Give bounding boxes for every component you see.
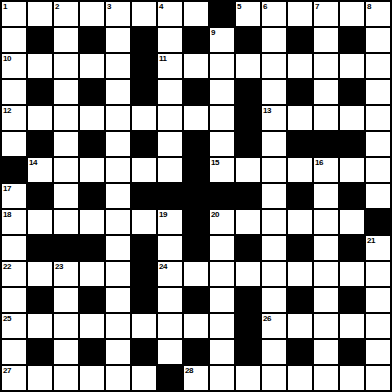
clue-number: 27 bbox=[3, 366, 11, 375]
cell-r0-c14[interactable]: 8 bbox=[366, 2, 390, 26]
cell-r8-c5[interactable] bbox=[132, 210, 156, 234]
cell-r2-c8[interactable] bbox=[210, 54, 234, 78]
cell-r9-c14[interactable]: 21 bbox=[366, 236, 390, 260]
cell-r8-c13[interactable] bbox=[340, 210, 364, 234]
cell-r14-c7[interactable]: 28 bbox=[184, 366, 208, 390]
cell-r3-c12[interactable] bbox=[314, 80, 338, 104]
cell-r0-c3[interactable] bbox=[80, 2, 104, 26]
clue-number: 11 bbox=[159, 54, 166, 63]
cell-r11-c10[interactable] bbox=[262, 288, 286, 312]
cell-r2-c11[interactable] bbox=[288, 54, 312, 78]
cell-r14-c5[interactable] bbox=[132, 366, 156, 390]
cell-r10-c4[interactable] bbox=[106, 262, 130, 286]
cell-r10-c13[interactable] bbox=[340, 262, 364, 286]
black-cell-r13-c11 bbox=[288, 340, 312, 364]
black-cell-r7-c7 bbox=[184, 184, 208, 208]
clue-number: 4 bbox=[159, 2, 163, 11]
cell-r0-c0[interactable]: 1 bbox=[2, 2, 26, 26]
black-cell-r11-c11 bbox=[288, 288, 312, 312]
clue-number: 17 bbox=[3, 184, 11, 193]
clue-number: 22 bbox=[3, 262, 11, 271]
clue-number: 5 bbox=[237, 2, 241, 11]
cell-r14-c9[interactable] bbox=[236, 366, 260, 390]
cell-r4-c8[interactable] bbox=[210, 106, 234, 130]
cell-r0-c12[interactable]: 7 bbox=[314, 2, 338, 26]
clue-number: 9 bbox=[211, 28, 215, 37]
cell-r5-c10[interactable] bbox=[262, 132, 286, 156]
black-cell-r9-c7 bbox=[184, 236, 208, 260]
cell-r8-c1[interactable] bbox=[28, 210, 52, 234]
black-cell-r7-c3 bbox=[80, 184, 104, 208]
black-cell-r1-c3 bbox=[80, 28, 104, 52]
black-cell-r1-c7 bbox=[184, 28, 208, 52]
cell-r7-c4[interactable] bbox=[106, 184, 130, 208]
cell-r11-c2[interactable] bbox=[54, 288, 78, 312]
black-cell-r9-c1 bbox=[28, 236, 52, 260]
cell-r0-c7[interactable] bbox=[184, 2, 208, 26]
cell-r12-c4[interactable] bbox=[106, 314, 130, 338]
cell-r6-c12[interactable]: 16 bbox=[314, 158, 338, 182]
cell-r8-c0[interactable]: 18 bbox=[2, 210, 26, 234]
clue-number: 8 bbox=[367, 2, 371, 11]
black-cell-r5-c11 bbox=[288, 132, 312, 156]
cell-r11-c8[interactable] bbox=[210, 288, 234, 312]
black-cell-r9-c5 bbox=[132, 236, 156, 260]
cell-r3-c8[interactable] bbox=[210, 80, 234, 104]
clue-number: 6 bbox=[263, 2, 267, 11]
black-cell-r13-c9 bbox=[236, 340, 260, 364]
cell-r5-c4[interactable] bbox=[106, 132, 130, 156]
cell-r8-c8[interactable]: 20 bbox=[210, 210, 234, 234]
black-cell-r3-c7 bbox=[184, 80, 208, 104]
cell-r12-c5[interactable] bbox=[132, 314, 156, 338]
cell-r13-c8[interactable] bbox=[210, 340, 234, 364]
cell-r3-c10[interactable] bbox=[262, 80, 286, 104]
cell-r1-c4[interactable] bbox=[106, 28, 130, 52]
cell-r6-c14[interactable] bbox=[366, 158, 390, 182]
cell-r0-c2[interactable]: 2 bbox=[54, 2, 78, 26]
cell-r2-c13[interactable] bbox=[340, 54, 364, 78]
cell-r0-c4[interactable]: 3 bbox=[106, 2, 130, 26]
cell-r2-c12[interactable] bbox=[314, 54, 338, 78]
cell-r12-c1[interactable] bbox=[28, 314, 52, 338]
cell-r12-c12[interactable] bbox=[314, 314, 338, 338]
cell-r5-c2[interactable] bbox=[54, 132, 78, 156]
cell-r5-c8[interactable] bbox=[210, 132, 234, 156]
cell-r12-c10[interactable]: 26 bbox=[262, 314, 286, 338]
cell-r1-c8[interactable]: 9 bbox=[210, 28, 234, 52]
cell-r2-c1[interactable] bbox=[28, 54, 52, 78]
cell-r0-c10[interactable]: 6 bbox=[262, 2, 286, 26]
black-cell-r9-c13 bbox=[340, 236, 364, 260]
black-cell-r6-c7 bbox=[184, 158, 208, 182]
black-cell-r5-c3 bbox=[80, 132, 104, 156]
cell-r2-c10[interactable] bbox=[262, 54, 286, 78]
cell-r5-c14[interactable] bbox=[366, 132, 390, 156]
cell-r12-c3[interactable] bbox=[80, 314, 104, 338]
clue-number: 28 bbox=[185, 366, 193, 375]
clue-number: 7 bbox=[315, 2, 319, 11]
clue-number: 15 bbox=[211, 158, 219, 167]
black-cell-r7-c8 bbox=[210, 184, 234, 208]
black-cell-r5-c7 bbox=[184, 132, 208, 156]
black-cell-r11-c13 bbox=[340, 288, 364, 312]
cell-r1-c10[interactable] bbox=[262, 28, 286, 52]
cell-r14-c14[interactable] bbox=[366, 366, 390, 390]
cell-r14-c13[interactable] bbox=[340, 366, 364, 390]
cell-r11-c4[interactable] bbox=[106, 288, 130, 312]
cell-r3-c2[interactable] bbox=[54, 80, 78, 104]
cell-r13-c0[interactable] bbox=[2, 340, 26, 364]
black-cell-r7-c5 bbox=[132, 184, 156, 208]
black-cell-r13-c5 bbox=[132, 340, 156, 364]
cell-r0-c1[interactable] bbox=[28, 2, 52, 26]
cell-r4-c1[interactable] bbox=[28, 106, 52, 130]
cell-r6-c3[interactable] bbox=[80, 158, 104, 182]
clue-number: 25 bbox=[3, 314, 11, 323]
cell-r12-c11[interactable] bbox=[288, 314, 312, 338]
cell-r10-c6[interactable]: 24 bbox=[158, 262, 182, 286]
cell-r5-c6[interactable] bbox=[158, 132, 182, 156]
cell-r10-c14[interactable] bbox=[366, 262, 390, 286]
cell-r5-c0[interactable] bbox=[2, 132, 26, 156]
cell-r2-c9[interactable] bbox=[236, 54, 260, 78]
cell-r1-c2[interactable] bbox=[54, 28, 78, 52]
clue-number: 2 bbox=[55, 2, 59, 11]
cell-r8-c9[interactable] bbox=[236, 210, 260, 234]
cell-r10-c1[interactable] bbox=[28, 262, 52, 286]
black-cell-r1-c1 bbox=[28, 28, 52, 52]
cell-r11-c0[interactable] bbox=[2, 288, 26, 312]
cell-r9-c0[interactable] bbox=[2, 236, 26, 260]
black-cell-r1-c13 bbox=[340, 28, 364, 52]
cell-r3-c0[interactable] bbox=[2, 80, 26, 104]
cell-r4-c6[interactable] bbox=[158, 106, 182, 130]
cell-r14-c4[interactable] bbox=[106, 366, 130, 390]
cell-r14-c1[interactable] bbox=[28, 366, 52, 390]
black-cell-r7-c11 bbox=[288, 184, 312, 208]
clue-number: 20 bbox=[211, 210, 219, 219]
black-cell-r1-c9 bbox=[236, 28, 260, 52]
cell-r9-c6[interactable] bbox=[158, 236, 182, 260]
black-cell-r2-c5 bbox=[132, 54, 156, 78]
cell-r8-c4[interactable] bbox=[106, 210, 130, 234]
black-cell-r7-c6 bbox=[158, 184, 182, 208]
black-cell-r7-c1 bbox=[28, 184, 52, 208]
clue-number: 3 bbox=[107, 2, 111, 11]
cell-r4-c2[interactable] bbox=[54, 106, 78, 130]
cell-r14-c3[interactable] bbox=[80, 366, 104, 390]
cell-r10-c11[interactable] bbox=[288, 262, 312, 286]
black-cell-r1-c5 bbox=[132, 28, 156, 52]
black-cell-r4-c9 bbox=[236, 106, 260, 130]
clue-number: 26 bbox=[263, 314, 271, 323]
black-cell-r3-c13 bbox=[340, 80, 364, 104]
cell-r4-c3[interactable] bbox=[80, 106, 104, 130]
black-cell-r13-c1 bbox=[28, 340, 52, 364]
cell-r6-c5[interactable] bbox=[132, 158, 156, 182]
cell-r6-c13[interactable] bbox=[340, 158, 364, 182]
cell-r0-c11[interactable] bbox=[288, 2, 312, 26]
clue-number: 10 bbox=[3, 54, 11, 63]
black-cell-r11-c5 bbox=[132, 288, 156, 312]
cell-r6-c10[interactable] bbox=[262, 158, 286, 182]
cell-r8-c3[interactable] bbox=[80, 210, 104, 234]
black-cell-r7-c9 bbox=[236, 184, 260, 208]
cell-r10-c8[interactable] bbox=[210, 262, 234, 286]
black-cell-r9-c9 bbox=[236, 236, 260, 260]
cell-r10-c3[interactable] bbox=[80, 262, 104, 286]
clue-number: 16 bbox=[315, 158, 323, 167]
cell-r10-c12[interactable] bbox=[314, 262, 338, 286]
cell-r9-c8[interactable] bbox=[210, 236, 234, 260]
cell-r1-c12[interactable] bbox=[314, 28, 338, 52]
black-cell-r1-c11 bbox=[288, 28, 312, 52]
black-cell-r11-c9 bbox=[236, 288, 260, 312]
black-cell-r3-c5 bbox=[132, 80, 156, 104]
clue-number: 12 bbox=[3, 106, 11, 115]
black-cell-r10-c5 bbox=[132, 262, 156, 286]
cell-r6-c8[interactable]: 15 bbox=[210, 158, 234, 182]
cell-r8-c11[interactable] bbox=[288, 210, 312, 234]
cell-r4-c0[interactable]: 12 bbox=[2, 106, 26, 130]
black-cell-r13-c7 bbox=[184, 340, 208, 364]
cell-r8-c6[interactable]: 19 bbox=[158, 210, 182, 234]
cell-r12-c6[interactable] bbox=[158, 314, 182, 338]
cell-r13-c4[interactable] bbox=[106, 340, 130, 364]
cell-r4-c7[interactable] bbox=[184, 106, 208, 130]
black-cell-r11-c1 bbox=[28, 288, 52, 312]
cell-r13-c10[interactable] bbox=[262, 340, 286, 364]
black-cell-r7-c13 bbox=[340, 184, 364, 208]
clue-number: 18 bbox=[3, 210, 11, 219]
black-cell-r5-c5 bbox=[132, 132, 156, 156]
cell-r7-c12[interactable] bbox=[314, 184, 338, 208]
cell-r12-c13[interactable] bbox=[340, 314, 364, 338]
cell-r3-c14[interactable] bbox=[366, 80, 390, 104]
cell-r8-c12[interactable] bbox=[314, 210, 338, 234]
black-cell-r6-c0 bbox=[2, 158, 26, 182]
cell-r10-c9[interactable] bbox=[236, 262, 260, 286]
black-cell-r9-c11 bbox=[288, 236, 312, 260]
clue-number: 14 bbox=[29, 158, 37, 167]
cell-r1-c14[interactable] bbox=[366, 28, 390, 52]
cell-r13-c6[interactable] bbox=[158, 340, 182, 364]
cell-r2-c0[interactable]: 10 bbox=[2, 54, 26, 78]
black-cell-r3-c11 bbox=[288, 80, 312, 104]
cell-r7-c14[interactable] bbox=[366, 184, 390, 208]
cell-r14-c10[interactable] bbox=[262, 366, 286, 390]
cell-r11-c14[interactable] bbox=[366, 288, 390, 312]
cell-r2-c2[interactable] bbox=[54, 54, 78, 78]
cell-r12-c7[interactable] bbox=[184, 314, 208, 338]
cell-r4-c13[interactable] bbox=[340, 106, 364, 130]
cell-r4-c12[interactable] bbox=[314, 106, 338, 130]
cell-r6-c2[interactable] bbox=[54, 158, 78, 182]
black-cell-r13-c3 bbox=[80, 340, 104, 364]
cell-r10-c2[interactable]: 23 bbox=[54, 262, 78, 286]
cell-r9-c12[interactable] bbox=[314, 236, 338, 260]
cell-r4-c4[interactable] bbox=[106, 106, 130, 130]
crossword-grid: 1234567891011121314151617181920212223242… bbox=[0, 0, 392, 392]
black-cell-r8-c14 bbox=[366, 210, 390, 234]
black-cell-r9-c3 bbox=[80, 236, 104, 260]
cell-r6-c11[interactable] bbox=[288, 158, 312, 182]
cell-r7-c10[interactable] bbox=[262, 184, 286, 208]
cell-r3-c4[interactable] bbox=[106, 80, 130, 104]
cell-r2-c4[interactable] bbox=[106, 54, 130, 78]
cell-r6-c6[interactable] bbox=[158, 158, 182, 182]
cell-r12-c8[interactable] bbox=[210, 314, 234, 338]
clue-number: 1 bbox=[3, 2, 7, 11]
cell-r10-c0[interactable]: 22 bbox=[2, 262, 26, 286]
cell-r1-c6[interactable] bbox=[158, 28, 182, 52]
cell-r0-c5[interactable] bbox=[132, 2, 156, 26]
black-cell-r5-c12 bbox=[314, 132, 338, 156]
black-cell-r14-c6 bbox=[158, 366, 182, 390]
clue-number: 19 bbox=[159, 210, 167, 219]
cell-r4-c10[interactable]: 13 bbox=[262, 106, 286, 130]
cell-r4-c14[interactable] bbox=[366, 106, 390, 130]
clue-number: 13 bbox=[263, 106, 271, 115]
black-cell-r3-c3 bbox=[80, 80, 104, 104]
cell-r14-c12[interactable] bbox=[314, 366, 338, 390]
black-cell-r3-c1 bbox=[28, 80, 52, 104]
cell-r9-c10[interactable] bbox=[262, 236, 286, 260]
cell-r12-c2[interactable] bbox=[54, 314, 78, 338]
cell-r3-c6[interactable] bbox=[158, 80, 182, 104]
cell-r7-c0[interactable]: 17 bbox=[2, 184, 26, 208]
black-cell-r12-c9 bbox=[236, 314, 260, 338]
black-cell-r11-c3 bbox=[80, 288, 104, 312]
cell-r2-c7[interactable] bbox=[184, 54, 208, 78]
cell-r0-c9[interactable]: 5 bbox=[236, 2, 260, 26]
cell-r4-c5[interactable] bbox=[132, 106, 156, 130]
black-cell-r5-c1 bbox=[28, 132, 52, 156]
cell-r6-c1[interactable]: 14 bbox=[28, 158, 52, 182]
cell-r13-c14[interactable] bbox=[366, 340, 390, 364]
cell-r14-c2[interactable] bbox=[54, 366, 78, 390]
cell-r6-c9[interactable] bbox=[236, 158, 260, 182]
cell-r13-c2[interactable] bbox=[54, 340, 78, 364]
cell-r8-c2[interactable] bbox=[54, 210, 78, 234]
cell-r7-c2[interactable] bbox=[54, 184, 78, 208]
cell-r6-c4[interactable] bbox=[106, 158, 130, 182]
cell-r11-c12[interactable] bbox=[314, 288, 338, 312]
cell-r8-c10[interactable] bbox=[262, 210, 286, 234]
cell-r2-c3[interactable] bbox=[80, 54, 104, 78]
cell-r12-c0[interactable]: 25 bbox=[2, 314, 26, 338]
cell-r10-c10[interactable] bbox=[262, 262, 286, 286]
cell-r2-c14[interactable] bbox=[366, 54, 390, 78]
cell-r14-c8[interactable] bbox=[210, 366, 234, 390]
cell-r13-c12[interactable] bbox=[314, 340, 338, 364]
cell-r9-c4[interactable] bbox=[106, 236, 130, 260]
black-cell-r5-c9 bbox=[236, 132, 260, 156]
clue-number: 24 bbox=[159, 262, 167, 271]
black-cell-r13-c13 bbox=[340, 340, 364, 364]
clue-number: 21 bbox=[367, 236, 375, 245]
cell-r2-c6[interactable]: 11 bbox=[158, 54, 182, 78]
black-cell-r3-c9 bbox=[236, 80, 260, 104]
cell-r0-c13[interactable] bbox=[340, 2, 364, 26]
cell-r14-c11[interactable] bbox=[288, 366, 312, 390]
cell-r11-c6[interactable] bbox=[158, 288, 182, 312]
cell-r1-c0[interactable] bbox=[2, 28, 26, 52]
black-cell-r11-c7 bbox=[184, 288, 208, 312]
black-cell-r0-c8 bbox=[210, 2, 234, 26]
black-cell-r5-c13 bbox=[340, 132, 364, 156]
cell-r4-c11[interactable] bbox=[288, 106, 312, 130]
cell-r0-c6[interactable]: 4 bbox=[158, 2, 182, 26]
black-cell-r9-c2 bbox=[54, 236, 78, 260]
black-cell-r8-c7 bbox=[184, 210, 208, 234]
cell-r14-c0[interactable]: 27 bbox=[2, 366, 26, 390]
cell-r12-c14[interactable] bbox=[366, 314, 390, 338]
clue-number: 23 bbox=[55, 262, 63, 271]
cell-r10-c7[interactable] bbox=[184, 262, 208, 286]
